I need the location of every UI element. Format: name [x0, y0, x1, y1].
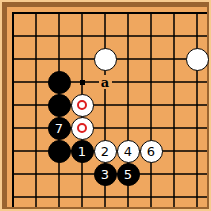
stone-number: 6 [147, 144, 155, 157]
stone-black-move-3-c5r8: 3 [94, 163, 117, 186]
stone-black-move-1-c4r7: 1 [71, 140, 94, 163]
circle-mark [77, 100, 87, 110]
point-label-a: a [99, 75, 112, 89]
stone-number: 3 [101, 167, 109, 180]
stone-white-move-4-c6r7: 4 [117, 140, 140, 163]
stone-number: 1 [78, 144, 86, 157]
stone-black-c3r5 [48, 94, 71, 117]
stone-black-c3r4 [48, 71, 71, 94]
goban-surface: 7124635a [7, 7, 207, 207]
stone-white-circled-c4r5 [71, 94, 94, 117]
circle-mark [77, 123, 87, 133]
stone-black-move-7-c3r6: 7 [48, 117, 71, 140]
stone-white-move-2-c5r7: 2 [94, 140, 117, 163]
stone-white-circled-c4r6 [71, 117, 94, 140]
stone-white-move-6-c7r7: 6 [140, 140, 163, 163]
stone-number: 7 [55, 121, 63, 134]
hoshi-point [80, 80, 85, 85]
stone-black-move-5-c6r8: 5 [117, 163, 140, 186]
stone-white-c5r3 [94, 48, 117, 71]
stone-number: 2 [101, 144, 109, 157]
stone-black-c3r7 [48, 140, 71, 163]
stone-number: 4 [124, 144, 132, 157]
stone-white-c9r3 [186, 48, 209, 71]
go-diagram-frame: 7124635a [0, 0, 211, 211]
stone-number: 5 [124, 167, 132, 180]
